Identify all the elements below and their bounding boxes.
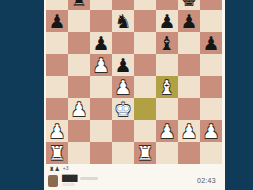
- square-h7[interactable]: [200, 10, 222, 32]
- square-a8[interactable]: [46, 0, 68, 10]
- square-d5[interactable]: ♟: [112, 54, 134, 76]
- square-d1[interactable]: [112, 142, 134, 164]
- square-d4[interactable]: ♟: [112, 76, 134, 98]
- black-pawn: ♟: [112, 54, 134, 76]
- square-c7[interactable]: [90, 10, 112, 32]
- square-h3[interactable]: [200, 98, 222, 120]
- black-pawn: ♟: [200, 32, 222, 54]
- square-c3[interactable]: [90, 98, 112, 120]
- black-king: ♚: [178, 0, 200, 10]
- square-g6[interactable]: [178, 32, 200, 54]
- square-b5[interactable]: [68, 54, 90, 76]
- square-d2[interactable]: [112, 120, 134, 142]
- square-e7[interactable]: [134, 10, 156, 32]
- square-h8[interactable]: [200, 0, 222, 10]
- square-e2[interactable]: [134, 120, 156, 142]
- white-king: ♚: [112, 98, 134, 120]
- player-subtitle-blurred: [62, 183, 75, 186]
- white-pawn: ♟: [178, 120, 200, 142]
- white-pawn: ♟: [46, 120, 68, 142]
- square-b8[interactable]: ♜: [68, 0, 90, 10]
- square-e5[interactable]: [134, 54, 156, 76]
- square-a3[interactable]: [46, 98, 68, 120]
- square-a2[interactable]: ♟: [46, 120, 68, 142]
- square-e6[interactable]: [134, 32, 156, 54]
- chess-board: ♜♚♟♞♟♟♟♝♟♟♟♟♝♟♚♟♟♟♟♜♜: [46, 0, 222, 164]
- square-e4[interactable]: [134, 76, 156, 98]
- player-bar[interactable]: ████ 02:43: [48, 173, 221, 188]
- black-knight: ♞: [112, 10, 134, 32]
- app-screen-panel: ♜♚♟♞♟♟♟♝♟♟♟♟♝♟♚♟♟♟♟♜♜ ♜♟ +3 ████ 02:43: [44, 0, 225, 190]
- captured-pieces-row: ♜♟ +3: [49, 165, 68, 172]
- black-pawn: ♟: [90, 32, 112, 54]
- square-f4[interactable]: ♝: [156, 76, 178, 98]
- white-pawn: ♟: [90, 54, 112, 76]
- square-g3[interactable]: [178, 98, 200, 120]
- black-pawn: ♟: [156, 10, 178, 32]
- square-f3[interactable]: [156, 98, 178, 120]
- square-g8[interactable]: ♚: [178, 0, 200, 10]
- square-h5[interactable]: [200, 54, 222, 76]
- square-h2[interactable]: ♟: [200, 120, 222, 142]
- material-advantage-label: +3: [63, 165, 69, 172]
- square-d6[interactable]: [112, 32, 134, 54]
- square-c4[interactable]: [90, 76, 112, 98]
- square-g4[interactable]: [178, 76, 200, 98]
- black-pawn: ♟: [46, 10, 68, 32]
- square-f1[interactable]: [156, 142, 178, 164]
- square-b3[interactable]: ♟: [68, 98, 90, 120]
- square-c1[interactable]: [90, 142, 112, 164]
- black-bishop: ♝: [156, 32, 178, 54]
- white-bishop: ♝: [156, 76, 178, 98]
- square-f7[interactable]: ♟: [156, 10, 178, 32]
- square-b4[interactable]: [68, 76, 90, 98]
- player-name-blurred: ████: [62, 175, 77, 181]
- captured-pieces-icons: ♜♟: [49, 165, 60, 172]
- white-pawn: ♟: [200, 120, 222, 142]
- square-c6[interactable]: ♟: [90, 32, 112, 54]
- square-g2[interactable]: ♟: [178, 120, 200, 142]
- square-c8[interactable]: [90, 0, 112, 10]
- square-f2[interactable]: ♟: [156, 120, 178, 142]
- square-c5[interactable]: ♟: [90, 54, 112, 76]
- square-f8[interactable]: [156, 0, 178, 10]
- square-d8[interactable]: [112, 0, 134, 10]
- black-pawn: ♟: [178, 10, 200, 32]
- square-a6[interactable]: [46, 32, 68, 54]
- square-b2[interactable]: [68, 120, 90, 142]
- square-b6[interactable]: [68, 32, 90, 54]
- square-h4[interactable]: [200, 76, 222, 98]
- square-g1[interactable]: [178, 142, 200, 164]
- square-a1[interactable]: ♜: [46, 142, 68, 164]
- app-background: { "game": "chess", "position": { "fen": …: [0, 0, 253, 190]
- square-h1[interactable]: [200, 142, 222, 164]
- square-d3[interactable]: ♚: [112, 98, 134, 120]
- player-avatar[interactable]: [48, 175, 58, 187]
- player-clock: 02:43: [197, 177, 221, 184]
- square-e1[interactable]: ♜: [134, 142, 156, 164]
- white-pawn: ♟: [156, 120, 178, 142]
- square-f5[interactable]: [156, 54, 178, 76]
- square-h6[interactable]: ♟: [200, 32, 222, 54]
- player-rating-blurred: [80, 177, 98, 180]
- white-pawn: ♟: [68, 98, 90, 120]
- square-g7[interactable]: ♟: [178, 10, 200, 32]
- square-a5[interactable]: [46, 54, 68, 76]
- square-a7[interactable]: ♟: [46, 10, 68, 32]
- white-rook: ♜: [134, 142, 156, 164]
- square-a4[interactable]: [46, 76, 68, 98]
- square-e8[interactable]: [134, 0, 156, 10]
- square-c2[interactable]: [90, 120, 112, 142]
- square-e3[interactable]: [134, 98, 156, 120]
- square-d7[interactable]: ♞: [112, 10, 134, 32]
- square-b7[interactable]: [68, 10, 90, 32]
- black-rook: ♜: [68, 0, 90, 10]
- square-b1[interactable]: [68, 142, 90, 164]
- white-rook: ♜: [46, 142, 68, 164]
- white-pawn: ♟: [112, 76, 134, 98]
- square-f6[interactable]: ♝: [156, 32, 178, 54]
- square-g5[interactable]: [178, 54, 200, 76]
